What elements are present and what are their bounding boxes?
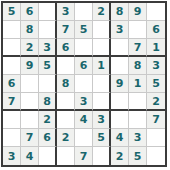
cell-r7c7[interactable] <box>111 111 129 129</box>
cell-r7c9[interactable]: 7 <box>147 111 165 129</box>
cell-r3c3[interactable]: 3 <box>39 39 57 57</box>
cell-r9c5[interactable]: 7 <box>75 147 93 165</box>
cell-r9c4[interactable] <box>57 147 75 165</box>
cell-r2c9[interactable]: 6 <box>147 21 165 39</box>
cell-r5c3[interactable] <box>39 75 57 93</box>
cell-r4c6[interactable]: 1 <box>93 57 111 75</box>
cell-r7c3[interactable]: 2 <box>39 111 57 129</box>
cell-r2c3[interactable] <box>39 21 57 39</box>
cell-r6c2[interactable] <box>21 93 39 111</box>
cell-r2c2[interactable]: 8 <box>21 21 39 39</box>
cell-r1c9[interactable] <box>147 3 165 21</box>
cell-r4c3[interactable]: 5 <box>39 57 57 75</box>
cell-r5c4[interactable]: 8 <box>57 75 75 93</box>
cell-r5c1[interactable]: 6 <box>3 75 21 93</box>
cell-r4c7[interactable] <box>111 57 129 75</box>
cell-r2c7[interactable]: 3 <box>111 21 129 39</box>
cell-r5c5[interactable] <box>75 75 93 93</box>
cell-r6c7[interactable] <box>111 93 129 111</box>
cell-r8c9[interactable] <box>147 129 165 147</box>
cell-r1c2[interactable]: 6 <box>21 3 39 21</box>
cell-r1c6[interactable]: 2 <box>93 3 111 21</box>
cell-r8c3[interactable]: 6 <box>39 129 57 147</box>
cell-r1c5[interactable] <box>75 3 93 21</box>
cell-r6c1[interactable]: 7 <box>3 93 21 111</box>
cell-r3c1[interactable] <box>3 39 21 57</box>
cell-r5c9[interactable]: 5 <box>147 75 165 93</box>
cell-r1c1[interactable]: 5 <box>3 3 21 21</box>
cell-r2c1[interactable] <box>3 21 21 39</box>
cell-r5c2[interactable] <box>21 75 39 93</box>
cell-r4c1[interactable] <box>3 57 21 75</box>
sudoku-board: 5632898753623671956183689157832243776254… <box>1 1 167 167</box>
cell-r2c8[interactable] <box>129 21 147 39</box>
cell-r8c5[interactable] <box>75 129 93 147</box>
cell-r7c1[interactable] <box>3 111 21 129</box>
cell-r1c7[interactable]: 8 <box>111 3 129 21</box>
cell-r1c3[interactable] <box>39 3 57 21</box>
cell-r9c7[interactable]: 2 <box>111 147 129 165</box>
cell-r8c6[interactable]: 5 <box>93 129 111 147</box>
cell-r9c3[interactable] <box>39 147 57 165</box>
cell-r3c9[interactable]: 1 <box>147 39 165 57</box>
cell-r6c8[interactable] <box>129 93 147 111</box>
cell-r7c4[interactable] <box>57 111 75 129</box>
cell-r3c4[interactable]: 6 <box>57 39 75 57</box>
cell-r8c8[interactable]: 3 <box>129 129 147 147</box>
cell-r2c4[interactable]: 7 <box>57 21 75 39</box>
cell-r9c2[interactable]: 4 <box>21 147 39 165</box>
cell-r8c2[interactable]: 7 <box>21 129 39 147</box>
cell-r8c4[interactable]: 2 <box>57 129 75 147</box>
cell-r4c4[interactable] <box>57 57 75 75</box>
cell-r3c2[interactable]: 2 <box>21 39 39 57</box>
cell-r1c4[interactable]: 3 <box>57 3 75 21</box>
cell-r5c6[interactable] <box>93 75 111 93</box>
cell-r6c9[interactable]: 2 <box>147 93 165 111</box>
cell-r9c8[interactable]: 5 <box>129 147 147 165</box>
cell-r4c5[interactable]: 6 <box>75 57 93 75</box>
cell-r7c5[interactable]: 4 <box>75 111 93 129</box>
cell-r6c6[interactable] <box>93 93 111 111</box>
cell-r4c9[interactable]: 3 <box>147 57 165 75</box>
cell-r3c5[interactable] <box>75 39 93 57</box>
cell-r2c5[interactable]: 5 <box>75 21 93 39</box>
cell-r6c4[interactable] <box>57 93 75 111</box>
cell-r3c6[interactable] <box>93 39 111 57</box>
cell-r8c1[interactable] <box>3 129 21 147</box>
cell-r9c9[interactable] <box>147 147 165 165</box>
cell-r7c8[interactable] <box>129 111 147 129</box>
cell-r7c2[interactable] <box>21 111 39 129</box>
cell-r3c8[interactable]: 7 <box>129 39 147 57</box>
cell-r7c6[interactable]: 3 <box>93 111 111 129</box>
cell-r4c2[interactable]: 9 <box>21 57 39 75</box>
cell-r4c8[interactable]: 8 <box>129 57 147 75</box>
cell-r5c8[interactable]: 1 <box>129 75 147 93</box>
cell-r9c1[interactable]: 3 <box>3 147 21 165</box>
cell-r3c7[interactable] <box>111 39 129 57</box>
cell-r9c6[interactable] <box>93 147 111 165</box>
cell-r5c7[interactable]: 9 <box>111 75 129 93</box>
cell-r2c6[interactable] <box>93 21 111 39</box>
cell-r6c5[interactable]: 3 <box>75 93 93 111</box>
cell-r8c7[interactable]: 4 <box>111 129 129 147</box>
cell-r1c8[interactable]: 9 <box>129 3 147 21</box>
cell-r6c3[interactable]: 8 <box>39 93 57 111</box>
